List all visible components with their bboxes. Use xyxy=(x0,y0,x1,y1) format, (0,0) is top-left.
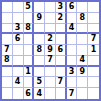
sudoku-cell-empty[interactable] xyxy=(2,2,13,13)
sudoku-cell-empty[interactable] xyxy=(88,13,99,24)
sudoku-cell-given: 8 xyxy=(77,13,88,24)
cell-digit: 8 xyxy=(25,24,31,32)
cell-digit: 6 xyxy=(15,35,21,43)
cell-digit: 4 xyxy=(36,90,42,98)
sudoku-cell-empty[interactable] xyxy=(45,2,56,13)
cell-digit: 2 xyxy=(47,35,53,43)
sudoku-board: 53692838462778961874139457647 xyxy=(0,0,101,101)
sudoku-cell-empty[interactable] xyxy=(2,88,13,99)
sudoku-cell-empty[interactable] xyxy=(34,34,45,45)
sudoku-cell-given: 4 xyxy=(34,88,45,99)
sudoku-cell-given: 3 xyxy=(67,67,78,78)
sudoku-cell-given: 6 xyxy=(56,45,67,56)
cell-digit: 4 xyxy=(15,78,21,86)
cell-digit: 9 xyxy=(36,14,42,22)
sudoku-cell-given: 9 xyxy=(77,67,88,78)
cell-digit: 9 xyxy=(80,68,86,76)
sudoku-cell-given: 9 xyxy=(34,13,45,24)
sudoku-cell-empty[interactable] xyxy=(34,24,45,35)
sudoku-cell-empty[interactable] xyxy=(24,45,35,56)
cell-digit: 1 xyxy=(91,46,97,54)
sudoku-cell-given: 7 xyxy=(88,34,99,45)
sudoku-cell-empty[interactable] xyxy=(45,77,56,88)
sudoku-cell-empty[interactable] xyxy=(88,24,99,35)
sudoku-cell-given: 6 xyxy=(13,34,24,45)
sudoku-cell-empty[interactable] xyxy=(67,56,78,67)
sudoku-cell-empty[interactable] xyxy=(24,13,35,24)
cell-digit: 7 xyxy=(47,56,53,64)
cell-digit: 7 xyxy=(57,78,63,86)
sudoku-cell-given: 2 xyxy=(45,34,56,45)
cell-digit: 9 xyxy=(47,46,53,54)
cell-digit: 3 xyxy=(57,3,63,11)
sudoku-cell-given: 7 xyxy=(56,77,67,88)
cell-digit: 8 xyxy=(36,46,42,54)
sudoku-cell-given: 4 xyxy=(77,56,88,67)
sudoku-cell-empty[interactable] xyxy=(13,56,24,67)
sudoku-cell-empty[interactable] xyxy=(88,77,99,88)
sudoku-cell-given: 6 xyxy=(24,88,35,99)
sudoku-cell-empty[interactable] xyxy=(34,56,45,67)
sudoku-cell-empty[interactable] xyxy=(45,24,56,35)
sudoku-cell-empty[interactable] xyxy=(2,13,13,24)
cell-digit: 7 xyxy=(69,90,75,98)
sudoku-cell-empty[interactable] xyxy=(56,56,67,67)
cell-digit: 5 xyxy=(25,3,31,11)
sudoku-cell-empty[interactable] xyxy=(77,34,88,45)
cell-digit: 4 xyxy=(80,56,86,64)
sudoku-cell-empty[interactable] xyxy=(77,24,88,35)
sudoku-cell-empty[interactable] xyxy=(34,2,45,13)
sudoku-cell-given: 8 xyxy=(24,24,35,35)
sudoku-cell-empty[interactable] xyxy=(56,34,67,45)
sudoku-cell-given: 9 xyxy=(45,45,56,56)
sudoku-cell-given: 6 xyxy=(67,2,78,13)
cell-digit: 3 xyxy=(15,24,21,32)
cell-digit: 8 xyxy=(4,56,10,64)
sudoku-cell-empty[interactable] xyxy=(2,24,13,35)
sudoku-cell-given: 7 xyxy=(45,56,56,67)
sudoku-cell-empty[interactable] xyxy=(2,67,13,78)
cell-digit: 6 xyxy=(25,90,31,98)
cell-digit: 4 xyxy=(69,24,75,32)
sudoku-cell-empty[interactable] xyxy=(56,24,67,35)
sudoku-cell-empty[interactable] xyxy=(67,13,78,24)
sudoku-cell-empty[interactable] xyxy=(88,67,99,78)
cell-digit: 7 xyxy=(4,46,10,54)
sudoku-cell-given: 4 xyxy=(13,77,24,88)
sudoku-cell-empty[interactable] xyxy=(13,13,24,24)
sudoku-cell-empty[interactable] xyxy=(67,77,78,88)
cell-digit: 6 xyxy=(69,3,75,11)
sudoku-cell-empty[interactable] xyxy=(13,45,24,56)
sudoku-cell-given: 7 xyxy=(67,88,78,99)
sudoku-cell-empty[interactable] xyxy=(34,67,45,78)
sudoku-cell-given: 2 xyxy=(56,13,67,24)
sudoku-cell-empty[interactable] xyxy=(13,67,24,78)
sudoku-cell-given: 1 xyxy=(88,45,99,56)
cell-digit: 6 xyxy=(57,46,63,54)
sudoku-cell-empty[interactable] xyxy=(24,77,35,88)
cell-digit: 8 xyxy=(80,14,86,22)
sudoku-cell-empty[interactable] xyxy=(56,88,67,99)
sudoku-cell-given: 7 xyxy=(2,45,13,56)
sudoku-cell-empty[interactable] xyxy=(77,77,88,88)
sudoku-cell-given: 8 xyxy=(34,45,45,56)
sudoku-cell-empty[interactable] xyxy=(88,2,99,13)
sudoku-cell-given: 5 xyxy=(34,77,45,88)
sudoku-cell-empty[interactable] xyxy=(13,2,24,13)
sudoku-cell-empty[interactable] xyxy=(77,2,88,13)
sudoku-cell-empty[interactable] xyxy=(2,77,13,88)
sudoku-cell-given: 4 xyxy=(67,24,78,35)
cell-digit: 2 xyxy=(57,14,63,22)
sudoku-cell-empty[interactable] xyxy=(88,56,99,67)
sudoku-cell-given: 8 xyxy=(2,56,13,67)
cell-digit: 1 xyxy=(25,68,31,76)
sudoku-cell-given: 5 xyxy=(24,2,35,13)
sudoku-cell-empty[interactable] xyxy=(77,88,88,99)
sudoku-cell-empty[interactable] xyxy=(67,34,78,45)
sudoku-cell-given: 3 xyxy=(13,24,24,35)
sudoku-cell-empty[interactable] xyxy=(88,88,99,99)
sudoku-cell-empty[interactable] xyxy=(77,45,88,56)
sudoku-cell-empty[interactable] xyxy=(24,56,35,67)
sudoku-cell-empty[interactable] xyxy=(45,13,56,24)
sudoku-cell-given: 3 xyxy=(56,2,67,13)
sudoku-cell-empty[interactable] xyxy=(45,67,56,78)
sudoku-cell-empty[interactable] xyxy=(24,34,35,45)
sudoku-cell-empty[interactable] xyxy=(13,88,24,99)
sudoku-cell-given: 1 xyxy=(24,67,35,78)
sudoku-cell-empty[interactable] xyxy=(67,45,78,56)
cell-digit: 7 xyxy=(91,35,97,43)
sudoku-cell-empty[interactable] xyxy=(45,88,56,99)
cell-digit: 5 xyxy=(36,78,42,86)
sudoku-cell-empty[interactable] xyxy=(56,67,67,78)
sudoku-cell-empty[interactable] xyxy=(2,34,13,45)
cell-digit: 3 xyxy=(69,68,75,76)
